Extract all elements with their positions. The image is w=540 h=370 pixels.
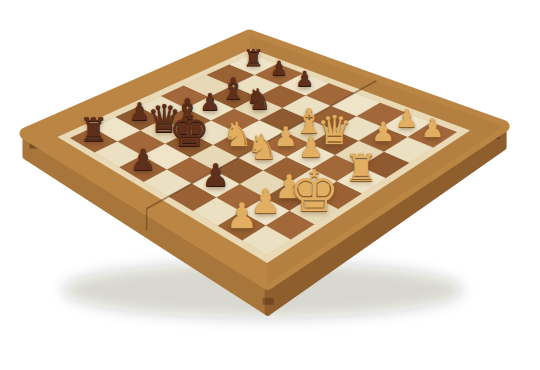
piece-white-pawn-a1[interactable]: ♟ — [421, 115, 444, 141]
piece-black-rook-a8[interactable]: ♜ — [243, 47, 264, 70]
piece-black-king-f6[interactable]: ♚ — [169, 107, 210, 153]
chess-set-photo: ♜♟♟♝♞♟♟♝♟♝♛♟♟♜♛♟♚♞♟♞♟♜♟♟♚♟♟ — [0, 0, 540, 370]
piece-white-rook-d1[interactable]: ♜ — [344, 150, 378, 188]
piece-black-pawn-a7[interactable]: ♟ — [270, 60, 288, 80]
piece-black-knight-c6[interactable]: ♞ — [245, 86, 271, 115]
dovetail-joint-front — [263, 298, 274, 305]
piece-black-pawn-g4[interactable]: ♟ — [202, 159, 230, 190]
piece-black-pawn-h6[interactable]: ♟ — [130, 146, 157, 176]
piece-black-rook-h8[interactable]: ♜ — [79, 114, 108, 146]
piece-white-pawn-a2[interactable]: ♟ — [396, 106, 419, 131]
piece-white-king-f1[interactable]: ♚ — [288, 163, 339, 220]
piece-black-pawn-a6[interactable]: ♟ — [295, 69, 314, 90]
piece-white-pawn-b2[interactable]: ♟ — [371, 119, 395, 146]
piece-white-pawn-h2[interactable]: ♟ — [226, 198, 258, 233]
piece-black-bishop-c7[interactable]: ♝ — [220, 74, 247, 104]
piece-white-knight-e4[interactable]: ♞ — [247, 129, 279, 164]
